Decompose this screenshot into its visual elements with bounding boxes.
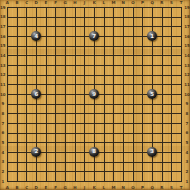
intersection[interactable] [109, 80, 119, 90]
intersection[interactable] [157, 12, 167, 22]
intersection[interactable] [31, 157, 41, 167]
intersection[interactable] [70, 157, 80, 167]
intersection[interactable] [99, 51, 109, 61]
intersection[interactable] [41, 2, 51, 12]
intersection[interactable] [41, 41, 51, 51]
intersection[interactable] [138, 147, 148, 157]
intersection[interactable] [138, 2, 148, 12]
intersection[interactable] [12, 147, 22, 157]
intersection[interactable] [109, 157, 119, 167]
intersection[interactable] [51, 99, 61, 109]
intersection[interactable] [167, 2, 177, 12]
intersection[interactable] [128, 109, 138, 119]
intersection[interactable] [89, 22, 99, 32]
intersection[interactable] [70, 167, 80, 177]
intersection[interactable] [22, 51, 32, 61]
intersection[interactable] [80, 80, 90, 90]
intersection[interactable] [22, 41, 32, 51]
intersection[interactable] [31, 109, 41, 119]
intersection[interactable] [138, 22, 148, 32]
intersection[interactable] [60, 147, 70, 157]
intersection[interactable] [157, 157, 167, 167]
intersection[interactable] [51, 22, 61, 32]
intersection[interactable] [167, 89, 177, 99]
intersection[interactable] [99, 157, 109, 167]
intersection[interactable] [2, 41, 12, 51]
intersection[interactable] [41, 157, 51, 167]
intersection[interactable] [2, 99, 12, 109]
intersection[interactable] [60, 51, 70, 61]
intersection[interactable] [60, 128, 70, 138]
intersection[interactable] [80, 109, 90, 119]
intersection[interactable] [109, 22, 119, 32]
intersection[interactable] [60, 41, 70, 51]
intersection[interactable] [80, 147, 90, 157]
intersection[interactable] [80, 41, 90, 51]
intersection[interactable] [99, 147, 109, 157]
intersection[interactable] [147, 2, 157, 12]
intersection[interactable] [128, 176, 138, 186]
intersection[interactable] [51, 70, 61, 80]
intersection[interactable] [99, 128, 109, 138]
intersection[interactable] [109, 89, 119, 99]
intersection[interactable] [22, 176, 32, 186]
intersection[interactable]: 3 [147, 147, 157, 157]
intersection[interactable] [147, 99, 157, 109]
intersection[interactable] [176, 80, 186, 90]
intersection[interactable] [167, 70, 177, 80]
intersection[interactable] [31, 176, 41, 186]
intersection[interactable] [2, 118, 12, 128]
intersection[interactable] [176, 157, 186, 167]
intersection[interactable] [31, 167, 41, 177]
intersection[interactable] [70, 176, 80, 186]
intersection[interactable] [109, 167, 119, 177]
intersection[interactable] [51, 118, 61, 128]
intersection[interactable] [167, 128, 177, 138]
intersection[interactable] [99, 80, 109, 90]
intersection[interactable] [157, 60, 167, 70]
intersection[interactable] [99, 138, 109, 148]
intersection[interactable] [41, 128, 51, 138]
intersection[interactable] [157, 51, 167, 61]
intersection[interactable] [60, 80, 70, 90]
intersection[interactable] [99, 99, 109, 109]
intersection[interactable]: 5 [147, 89, 157, 99]
intersection[interactable] [70, 128, 80, 138]
intersection[interactable] [128, 2, 138, 12]
intersection[interactable] [22, 12, 32, 22]
intersection[interactable] [12, 80, 22, 90]
intersection[interactable] [31, 12, 41, 22]
intersection[interactable] [99, 12, 109, 22]
intersection[interactable] [22, 109, 32, 119]
intersection[interactable] [70, 147, 80, 157]
intersection[interactable] [12, 109, 22, 119]
intersection[interactable] [12, 22, 22, 32]
intersection[interactable] [157, 22, 167, 32]
intersection[interactable] [22, 128, 32, 138]
intersection[interactable] [157, 80, 167, 90]
intersection[interactable] [176, 70, 186, 80]
intersection[interactable] [89, 118, 99, 128]
intersection[interactable] [128, 22, 138, 32]
intersection[interactable] [157, 41, 167, 51]
intersection[interactable] [70, 80, 80, 90]
intersection[interactable] [128, 60, 138, 70]
intersection[interactable] [12, 128, 22, 138]
intersection[interactable] [60, 22, 70, 32]
intersection[interactable] [89, 80, 99, 90]
intersection[interactable] [138, 31, 148, 41]
intersection[interactable] [128, 118, 138, 128]
intersection[interactable] [70, 12, 80, 22]
intersection[interactable] [157, 2, 167, 12]
intersection[interactable] [70, 31, 80, 41]
intersection[interactable] [138, 118, 148, 128]
intersection[interactable] [176, 31, 186, 41]
intersection[interactable] [22, 118, 32, 128]
intersection[interactable] [2, 138, 12, 148]
intersection[interactable] [60, 138, 70, 148]
intersection[interactable] [118, 99, 128, 109]
intersection[interactable] [60, 60, 70, 70]
intersection[interactable] [31, 138, 41, 148]
intersection[interactable] [51, 12, 61, 22]
intersection[interactable] [147, 22, 157, 32]
intersection[interactable] [51, 41, 61, 51]
intersection[interactable] [89, 176, 99, 186]
intersection[interactable] [157, 70, 167, 80]
intersection[interactable] [138, 41, 148, 51]
intersection[interactable] [60, 118, 70, 128]
intersection[interactable] [147, 128, 157, 138]
intersection[interactable] [12, 60, 22, 70]
intersection[interactable] [31, 60, 41, 70]
intersection[interactable] [118, 109, 128, 119]
intersection[interactable] [176, 176, 186, 186]
intersection[interactable] [70, 99, 80, 109]
intersection[interactable] [157, 128, 167, 138]
intersection[interactable] [60, 89, 70, 99]
intersection[interactable] [99, 60, 109, 70]
intersection[interactable] [128, 89, 138, 99]
intersection[interactable]: 9 [89, 89, 99, 99]
intersection[interactable] [167, 99, 177, 109]
intersection[interactable] [22, 70, 32, 80]
intersection[interactable] [99, 109, 109, 119]
intersection[interactable] [60, 109, 70, 119]
intersection[interactable] [128, 70, 138, 80]
intersection[interactable] [22, 99, 32, 109]
intersection[interactable] [99, 118, 109, 128]
intersection[interactable] [128, 147, 138, 157]
intersection[interactable] [89, 99, 99, 109]
intersection[interactable] [22, 157, 32, 167]
intersection[interactable] [22, 80, 32, 90]
intersection[interactable] [167, 176, 177, 186]
intersection[interactable] [109, 41, 119, 51]
intersection[interactable] [109, 60, 119, 70]
intersection[interactable] [167, 118, 177, 128]
intersection[interactable] [2, 12, 12, 22]
intersection[interactable] [118, 128, 128, 138]
intersection[interactable] [176, 60, 186, 70]
intersection[interactable] [138, 80, 148, 90]
intersection[interactable] [109, 138, 119, 148]
intersection[interactable] [118, 176, 128, 186]
intersection[interactable] [80, 31, 90, 41]
intersection[interactable] [176, 109, 186, 119]
intersection[interactable] [167, 12, 177, 22]
intersection[interactable] [70, 138, 80, 148]
intersection[interactable] [89, 109, 99, 119]
intersection[interactable] [51, 147, 61, 157]
intersection[interactable] [70, 41, 80, 51]
intersection[interactable] [167, 60, 177, 70]
intersection[interactable] [167, 167, 177, 177]
intersection[interactable] [109, 118, 119, 128]
intersection[interactable] [2, 22, 12, 32]
intersection[interactable] [167, 109, 177, 119]
intersection[interactable] [118, 89, 128, 99]
intersection[interactable] [176, 12, 186, 22]
intersection[interactable] [128, 31, 138, 41]
intersection[interactable] [128, 157, 138, 167]
intersection[interactable] [138, 60, 148, 70]
intersection[interactable] [109, 51, 119, 61]
intersection[interactable] [176, 118, 186, 128]
intersection[interactable] [51, 80, 61, 90]
intersection[interactable] [138, 99, 148, 109]
intersection[interactable] [157, 89, 167, 99]
intersection[interactable]: 6 [31, 89, 41, 99]
intersection[interactable] [12, 51, 22, 61]
intersection[interactable] [22, 22, 32, 32]
intersection[interactable] [157, 167, 167, 177]
intersection[interactable] [80, 167, 90, 177]
intersection[interactable] [118, 167, 128, 177]
intersection[interactable] [138, 167, 148, 177]
intersection[interactable] [128, 167, 138, 177]
intersection[interactable] [22, 167, 32, 177]
intersection[interactable] [128, 138, 138, 148]
intersection[interactable] [31, 128, 41, 138]
intersection[interactable] [109, 2, 119, 12]
intersection[interactable] [51, 167, 61, 177]
intersection[interactable] [12, 31, 22, 41]
intersection[interactable] [70, 109, 80, 119]
intersection[interactable] [138, 51, 148, 61]
intersection[interactable] [138, 157, 148, 167]
intersection[interactable] [118, 41, 128, 51]
intersection[interactable] [99, 22, 109, 32]
intersection[interactable] [80, 70, 90, 80]
intersection[interactable]: 7 [89, 31, 99, 41]
intersection[interactable] [176, 138, 186, 148]
intersection[interactable]: 4 [31, 31, 41, 41]
intersection[interactable] [51, 109, 61, 119]
intersection[interactable] [12, 118, 22, 128]
intersection[interactable] [147, 167, 157, 177]
intersection[interactable] [89, 167, 99, 177]
intersection[interactable] [12, 70, 22, 80]
intersection[interactable] [2, 60, 12, 70]
intersection[interactable] [41, 51, 51, 61]
intersection[interactable] [22, 147, 32, 157]
intersection[interactable] [12, 12, 22, 22]
intersection[interactable] [147, 12, 157, 22]
intersection[interactable] [12, 138, 22, 148]
intersection[interactable] [109, 31, 119, 41]
intersection[interactable] [147, 138, 157, 148]
intersection[interactable] [109, 128, 119, 138]
intersection[interactable] [51, 128, 61, 138]
intersection[interactable] [70, 89, 80, 99]
intersection[interactable] [51, 157, 61, 167]
intersection[interactable] [70, 22, 80, 32]
intersection[interactable]: 1 [147, 31, 157, 41]
intersection[interactable] [51, 2, 61, 12]
intersection[interactable] [31, 22, 41, 32]
intersection[interactable] [157, 99, 167, 109]
intersection[interactable] [176, 41, 186, 51]
intersection[interactable] [176, 22, 186, 32]
intersection[interactable] [157, 31, 167, 41]
intersection[interactable] [51, 31, 61, 41]
intersection[interactable] [138, 12, 148, 22]
intersection[interactable] [89, 138, 99, 148]
intersection[interactable] [80, 51, 90, 61]
intersection[interactable] [60, 2, 70, 12]
intersection[interactable] [118, 147, 128, 157]
intersection[interactable] [2, 51, 12, 61]
intersection[interactable] [109, 176, 119, 186]
intersection[interactable] [118, 22, 128, 32]
intersection[interactable] [89, 12, 99, 22]
intersection[interactable] [89, 128, 99, 138]
intersection[interactable] [147, 41, 157, 51]
intersection[interactable] [80, 118, 90, 128]
intersection[interactable] [109, 109, 119, 119]
intersection[interactable] [118, 2, 128, 12]
intersection[interactable] [157, 109, 167, 119]
intersection[interactable] [138, 89, 148, 99]
intersection[interactable] [80, 99, 90, 109]
intersection[interactable] [128, 12, 138, 22]
intersection[interactable] [2, 147, 12, 157]
intersection[interactable] [99, 89, 109, 99]
intersection[interactable] [147, 157, 157, 167]
intersection[interactable] [80, 138, 90, 148]
intersection[interactable] [99, 70, 109, 80]
intersection[interactable] [167, 41, 177, 51]
intersection[interactable] [89, 41, 99, 51]
intersection[interactable] [2, 89, 12, 99]
intersection[interactable] [109, 99, 119, 109]
intersection[interactable] [99, 2, 109, 12]
intersection[interactable] [128, 51, 138, 61]
intersection[interactable] [80, 128, 90, 138]
intersection[interactable] [41, 70, 51, 80]
intersection[interactable] [147, 176, 157, 186]
intersection[interactable] [41, 109, 51, 119]
intersection[interactable] [51, 138, 61, 148]
intersection[interactable] [2, 80, 12, 90]
intersection[interactable] [109, 70, 119, 80]
intersection[interactable] [41, 167, 51, 177]
intersection[interactable] [128, 80, 138, 90]
intersection[interactable] [138, 176, 148, 186]
intersection[interactable] [138, 109, 148, 119]
intersection[interactable] [60, 157, 70, 167]
intersection[interactable] [22, 89, 32, 99]
intersection[interactable] [128, 99, 138, 109]
intersection[interactable] [70, 118, 80, 128]
intersection[interactable] [176, 147, 186, 157]
intersection[interactable] [41, 22, 51, 32]
intersection[interactable] [147, 109, 157, 119]
intersection[interactable] [12, 176, 22, 186]
intersection[interactable] [41, 60, 51, 70]
intersection[interactable] [60, 99, 70, 109]
intersection[interactable] [2, 31, 12, 41]
intersection[interactable] [176, 128, 186, 138]
intersection[interactable] [167, 31, 177, 41]
intersection[interactable] [89, 2, 99, 12]
intersection[interactable] [2, 157, 12, 167]
intersection[interactable] [176, 167, 186, 177]
intersection[interactable] [167, 51, 177, 61]
intersection[interactable] [12, 41, 22, 51]
intersection[interactable] [109, 147, 119, 157]
intersection[interactable] [2, 109, 12, 119]
intersection[interactable] [99, 41, 109, 51]
intersection[interactable] [60, 31, 70, 41]
intersection[interactable] [31, 70, 41, 80]
intersection[interactable] [41, 31, 51, 41]
intersection[interactable] [60, 12, 70, 22]
intersection[interactable] [80, 22, 90, 32]
intersection[interactable] [60, 167, 70, 177]
intersection[interactable] [51, 176, 61, 186]
intersection[interactable] [2, 176, 12, 186]
intersection[interactable] [89, 60, 99, 70]
intersection[interactable] [138, 128, 148, 138]
intersection[interactable] [2, 70, 12, 80]
intersection[interactable] [128, 41, 138, 51]
intersection[interactable] [2, 167, 12, 177]
intersection[interactable] [147, 80, 157, 90]
intersection[interactable] [80, 2, 90, 12]
intersection[interactable] [157, 147, 167, 157]
intersection[interactable]: 8 [89, 147, 99, 157]
intersection[interactable] [51, 89, 61, 99]
intersection[interactable] [89, 51, 99, 61]
intersection[interactable] [70, 2, 80, 12]
intersection[interactable] [80, 60, 90, 70]
intersection[interactable] [128, 128, 138, 138]
intersection[interactable] [31, 41, 41, 51]
intersection[interactable] [157, 118, 167, 128]
intersection[interactable] [31, 51, 41, 61]
intersection[interactable] [2, 2, 12, 12]
intersection[interactable] [41, 176, 51, 186]
intersection[interactable] [118, 60, 128, 70]
intersection[interactable] [12, 157, 22, 167]
intersection[interactable] [176, 2, 186, 12]
intersection[interactable] [176, 51, 186, 61]
